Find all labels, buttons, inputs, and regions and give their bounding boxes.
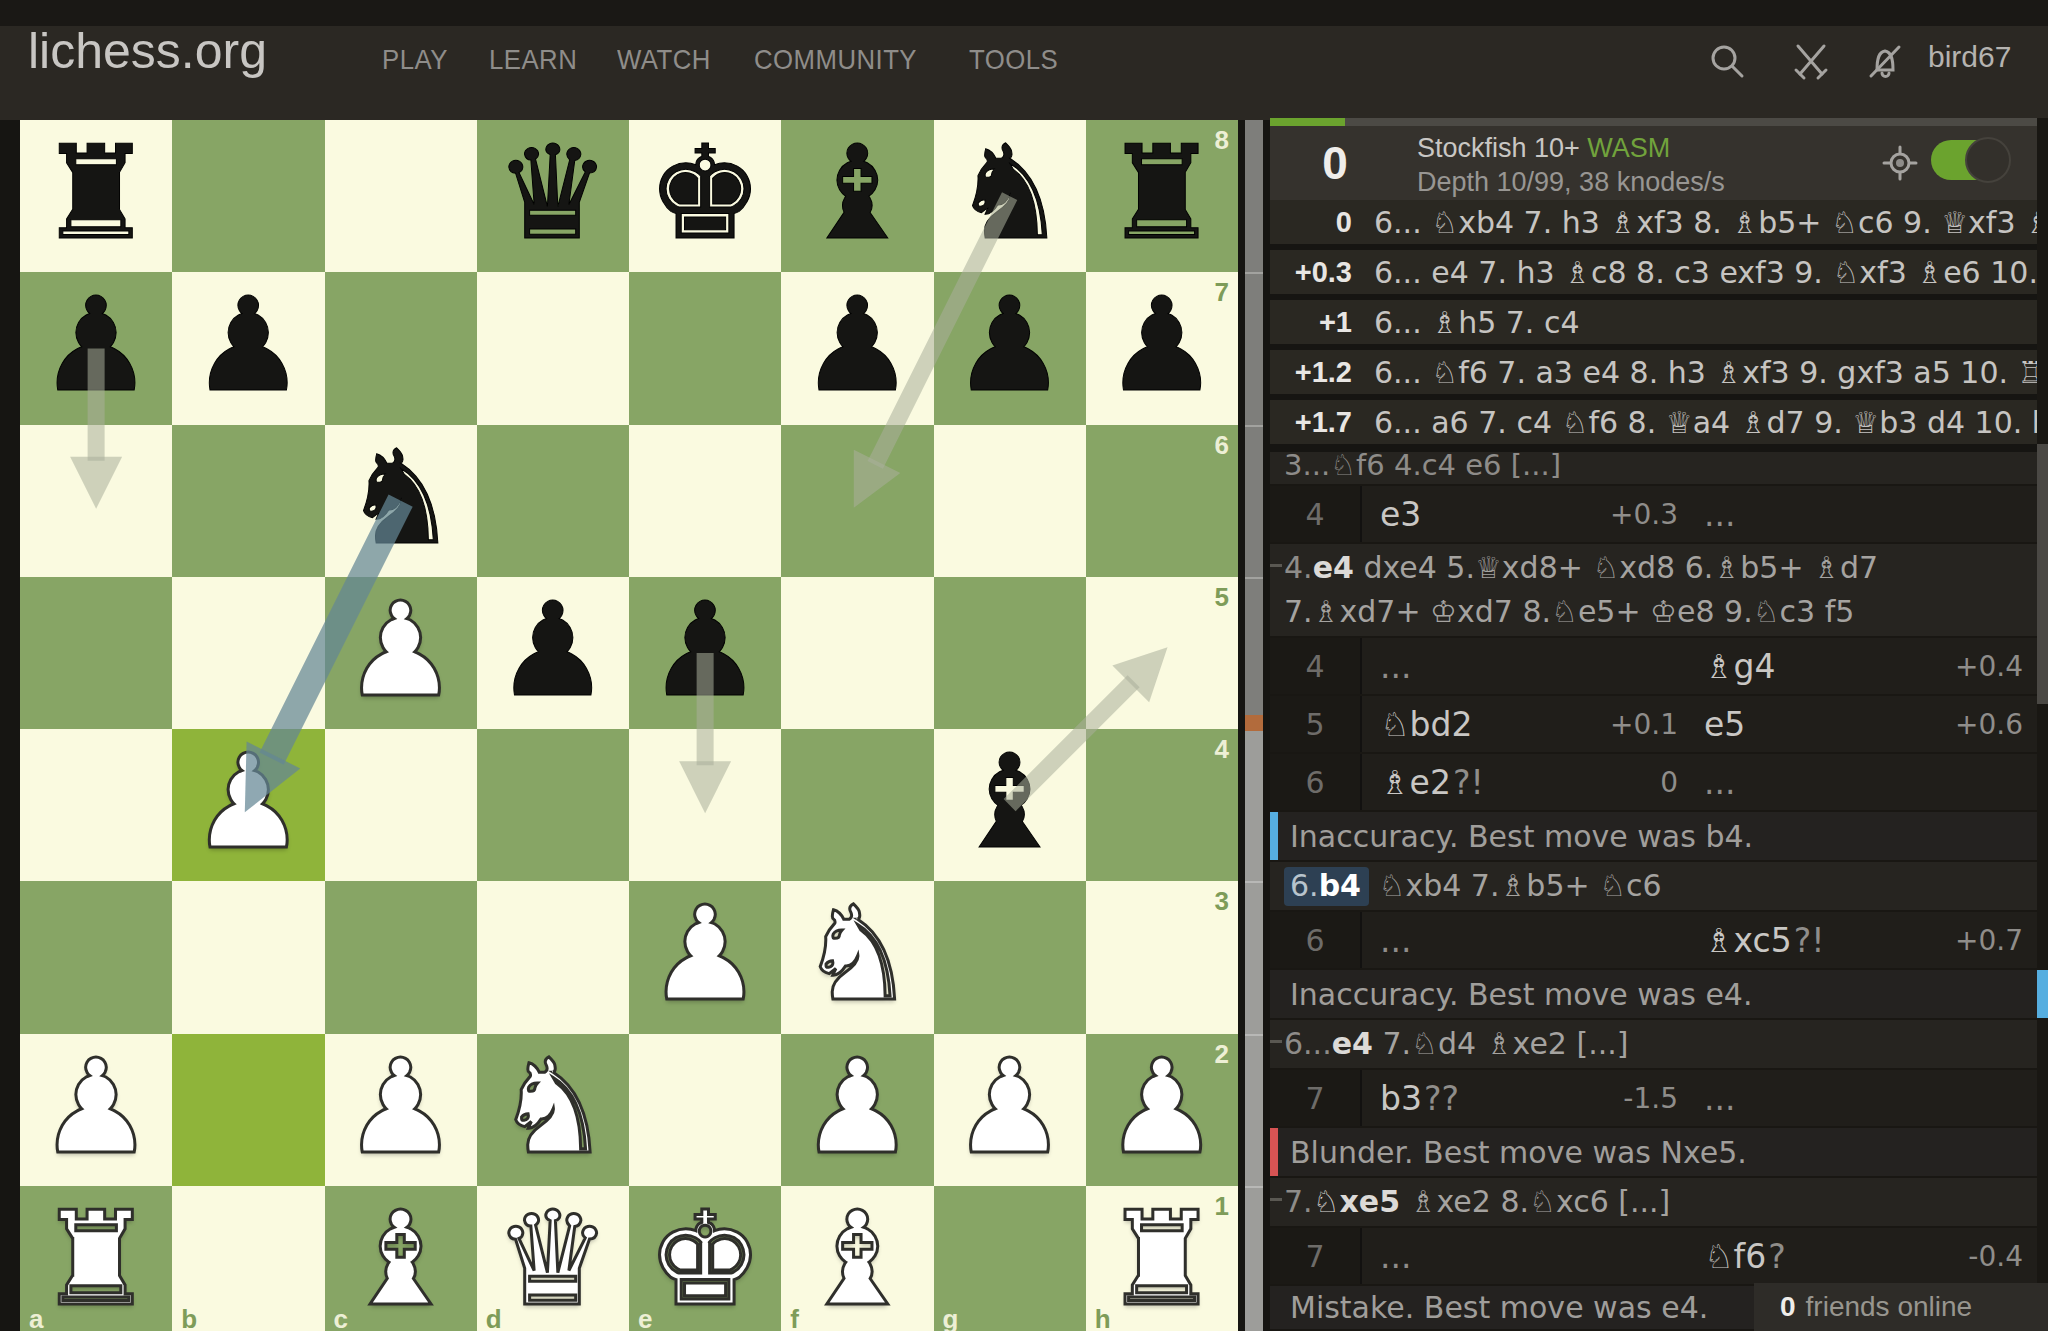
move-row: 4...♗g4+0.4 [1270,638,2037,696]
square-b3[interactable] [172,881,324,1033]
piece-white-pawn-e3[interactable]: ♟ [629,881,781,1033]
square-a6[interactable] [20,425,172,577]
square-f5[interactable] [781,577,933,729]
variation-line[interactable]: 7.♘xe5 ♗xe2 8.♘xc6 [...] [1270,1178,2037,1228]
engine-header: 0 Stockfish 10+ WASM Depth 10/99, 38 kno… [1270,126,2037,200]
gauge-tick [1245,881,1263,883]
analysis-panel: 0 Stockfish 10+ WASM Depth 10/99, 38 kno… [1270,118,2048,1331]
square-g1[interactable]: g [934,1186,1086,1331]
window-top-strip [0,0,2048,26]
piece-white-pawn-c5[interactable]: ♟ [325,577,477,729]
friends-count: 0 [1780,1291,1796,1323]
move-number: 5 [1270,696,1362,752]
username[interactable]: bird67 [1928,40,2011,74]
black-move-cell[interactable]: ♗g4+0.4 [1692,638,2037,694]
square-h3[interactable]: 3 [1086,881,1238,1033]
pv-moves: 6... e4 7. h3 ♗c8 8. c3 exf3 9. ♘xf3 ♗e6… [1374,255,2037,290]
pv-moves: 6... ♘xb4 7. h3 ♗xf3 8. ♗b5+ ♘c6 9. ♕xf3… [1374,205,2037,240]
eval-gauge-marker [1245,715,1263,731]
variation-expand-dash [1270,564,1282,567]
move-row: 7b3??-1.5... [1270,1070,2037,1128]
square-b8[interactable] [172,120,324,272]
square-a1[interactable]: a♜ [20,1186,172,1331]
black-move: ... [1704,495,1735,534]
gauge-tick [1245,425,1263,427]
square-d6[interactable] [477,425,629,577]
move-eval: +0.7 [1955,924,2023,957]
piece-black-pawn-g7[interactable]: ♟ [934,272,1086,424]
move-number: 6 [1270,912,1362,968]
judgment-text: Inaccuracy. Best move was e4. [1290,977,1752,1012]
move-eval: -0.4 [1968,1240,2023,1273]
engine-name: Stockfish 10+ WASM [1417,133,1670,164]
piece-black-knight-c6[interactable]: ♞ [325,425,477,577]
piece-white-rook-a1[interactable]: ♜ [20,1186,172,1331]
eval-gauge-black-half [1245,120,1263,715]
move-list: 3...♘f6 4.c4 e6 [...]4e3+0.3...4.e4 dxe4… [1270,452,2037,1331]
square-d8[interactable]: ♛ [477,120,629,272]
square-b2[interactable] [172,1034,324,1186]
white-move: e3 [1380,495,1421,534]
black-move-cell[interactable]: ... [1692,754,2037,810]
pv-moves: 6... a6 7. c4 ♘f6 8. ♕a4 ♗d7 9. ♕b3 d4 1… [1374,405,2037,440]
gauge-tick [1245,1186,1263,1188]
move-eval: +0.1 [1610,708,1678,741]
square-e8[interactable]: ♚ [629,120,781,272]
white-move-cell[interactable]: ... [1362,912,1692,968]
variation-continuation[interactable]: 7.♘d4 ♗xe2 [...] [1373,1026,1629,1061]
chess-board: ♜♛♚♝♞8♜♟♟♟♟7♟♞6♟♟♟5♟♝4♟♞3♟♟♞♟♟2♟a♜bc♝d♛e… [20,120,1238,1331]
gauge-tick [1245,1034,1263,1036]
square-h1[interactable]: 1h♜ [1086,1186,1238,1331]
square-h4[interactable]: 4 [1086,729,1238,881]
pv-lines: 06... ♘xb4 7. h3 ♗xf3 8. ♗b5+ ♘c6 9. ♕xf… [1270,200,2037,450]
piece-black-bishop-g4[interactable]: ♝ [934,729,1086,881]
engine-eval: 0 [1270,136,1400,190]
annotation: ? [1768,1237,1786,1276]
black-move: ♘f6 [1704,1237,1766,1276]
move-row: 7...♘f6?-0.4 [1270,1228,2037,1286]
friends-label: friends online [1806,1291,1973,1323]
pv-line-5[interactable]: +1.76... a6 7. c4 ♘f6 8. ♕a4 ♗d7 9. ♕b3 … [1270,400,2037,444]
variation-move-number: 6... [1284,1026,1332,1061]
move-eval: 0 [1660,766,1678,799]
piece-black-king-e8[interactable]: ♚ [629,120,781,272]
annotation: ?? [1424,1079,1459,1118]
file-label-b: b [181,1304,197,1331]
judgment-comment-blunder: Blunder. Best move was Nxe5. [1270,1128,2037,1178]
white-move-cell[interactable]: b3??-1.5 [1362,1070,1692,1126]
judgment-comment-inaccuracy: Inaccuracy. Best move was b4. [1270,812,2037,862]
pv-eval: 0 [1270,206,1352,239]
notifications-bell-slash-icon[interactable] [1864,40,1906,82]
square-h7[interactable]: 7♟ [1086,272,1238,424]
black-move-cell[interactable]: e5+0.6 [1692,696,2037,752]
square-c8[interactable] [325,120,477,272]
judgment-comment-inaccuracy: Inaccuracy. Best move was e4. [1270,970,2037,1020]
square-b5[interactable] [172,577,324,729]
piece-white-rook-h1[interactable]: ♜ [1086,1186,1238,1331]
pv-eval: +1.7 [1270,406,1352,439]
judgment-bar-inaccuracy [2037,970,2048,1018]
piece-white-pawn-f2[interactable]: ♟ [781,1034,933,1186]
square-g2[interactable]: ♟ [934,1034,1086,1186]
variation-expand-dash [1270,1198,1282,1201]
nav-item-tools[interactable]: TOOLS [969,44,1058,76]
move-row: 6♗e2?!0... [1270,754,2037,812]
square-e6[interactable] [629,425,781,577]
square-g4[interactable]: ♝ [934,729,1086,881]
engine-tech-badge: WASM [1587,133,1670,163]
square-f4[interactable] [781,729,933,881]
square-g6[interactable] [934,425,1086,577]
variation-move-number: 6. [1290,868,1319,903]
white-move-cell[interactable]: e3+0.3 [1362,486,1692,542]
move-eval: +0.4 [1955,650,2023,683]
friends-online-box[interactable]: 0 friends online [1754,1283,2048,1331]
nav-item-learn[interactable]: LEARN [489,44,577,76]
square-e7[interactable] [629,272,781,424]
variation-line[interactable]: 6...e4 7.♘d4 ♗xe2 [...] [1270,1020,2037,1070]
piece-black-pawn-h7[interactable]: ♟ [1086,272,1238,424]
variation-move-number: 4. [1284,550,1313,585]
eval-gauge [1245,120,1263,1331]
file-label-g: g [943,1304,959,1331]
black-move: ♗xc5 [1704,921,1792,960]
variation-line[interactable]: 4.e4 dxe4 5.♕xd8+ ♘xd8 6.♗b5+ ♗d7 7.♗xd7… [1270,544,2037,638]
move-number: 7 [1270,1228,1362,1284]
square-g7[interactable]: ♟ [934,272,1086,424]
engine-name-text: Stockfish 10+ [1417,133,1580,163]
square-b6[interactable] [172,425,324,577]
square-f3[interactable]: ♞ [781,881,933,1033]
practice-target-icon[interactable] [1882,145,1918,181]
square-c5[interactable]: ♟ [325,577,477,729]
judgment-text: Blunder. Best move was Nxe5. [1290,1135,1747,1170]
move-number: 4 [1270,638,1362,694]
piece-white-bishop-c1[interactable]: ♝ [325,1186,477,1331]
gauge-tick [1245,272,1263,274]
square-g3[interactable] [934,881,1086,1033]
pv-eval: +1 [1270,306,1352,339]
piece-white-knight-d2[interactable]: ♞ [477,1034,629,1186]
white-move-cell[interactable]: ♘bd2+0.1 [1362,696,1692,752]
black-move-cell[interactable]: ... [1692,1070,2037,1126]
square-d5[interactable]: ♟ [477,577,629,729]
nav-item-community[interactable]: COMMUNITY [754,44,917,76]
square-b1[interactable]: b [172,1186,324,1331]
black-move: ♗g4 [1704,647,1776,686]
white-move: b3 [1380,1079,1422,1118]
rank-label-6: 6 [1215,430,1229,461]
black-move-cell[interactable]: ... [1692,486,2037,542]
challenges-crossed-swords-icon[interactable] [1790,40,1832,82]
square-a8[interactable]: ♜ [20,120,172,272]
move-number: 7 [1270,1070,1362,1126]
pv-eval: +0.3 [1270,256,1352,289]
variation-best-move[interactable]: ♘xe5 [1313,1184,1400,1219]
white-move-cell[interactable]: ... [1362,1228,1692,1284]
engine-toggle-knob [1965,137,2011,183]
piece-white-knight-f3[interactable]: ♞ [781,881,933,1033]
move-eval: -1.5 [1623,1082,1678,1115]
panel-gutter [2037,118,2048,1331]
move-eval: +0.3 [1610,498,1678,531]
piece-black-queen-d8[interactable]: ♛ [477,120,629,272]
nav-item-watch[interactable]: WATCH [617,44,711,76]
engine-progress-bar [1270,118,2037,126]
current-variation-move[interactable]: 6.b4 [1284,867,1369,906]
judgment-text: Inaccuracy. Best move was b4. [1290,819,1753,854]
lichess-analysis-page: lichess.org PLAY LEARN WATCH COMMUNITY T… [0,0,2048,1331]
piece-white-king-e1[interactable]: ♚ [629,1186,781,1331]
pv-line-3[interactable]: +16... ♗h5 7. c4 [1270,300,2037,344]
move-row: 5♘bd2+0.1e5+0.6 [1270,696,2037,754]
piece-black-rook-a8[interactable]: ♜ [20,120,172,272]
square-a2[interactable]: ♟ [20,1034,172,1186]
pv-line-2[interactable]: +0.36... e4 7. h3 ♗c8 8. c3 exf3 9. ♘xf3… [1270,250,2037,294]
piece-white-bishop-f1[interactable]: ♝ [781,1186,933,1331]
movelist-scrollbar[interactable] [2037,444,2048,704]
rank-label-5: 5 [1215,582,1229,613]
pv-line-4[interactable]: +1.26... ♘f6 7. a3 e4 8. h3 ♗xf3 9. gxf3… [1270,350,2037,394]
context-text: 3...♘f6 4.c4 e6 [...] [1284,452,2037,482]
context-line[interactable]: 3...♘f6 4.c4 e6 [...] [1270,452,2037,486]
white-move-cell[interactable]: ... [1362,638,1692,694]
move-number: 6 [1270,754,1362,810]
square-d2[interactable]: ♞ [477,1034,629,1186]
black-move: ... [1704,763,1735,802]
engine-status: Depth 10/99, 38 knodes/s [1417,167,1725,198]
piece-white-queen-d1[interactable]: ♛ [477,1186,629,1331]
variation-best-move[interactable]: e4 [1332,1026,1373,1061]
square-g5[interactable] [934,577,1086,729]
square-e2[interactable] [629,1034,781,1186]
variation-continuation[interactable]: ♘xb4 7.♗b5+ ♘c6 [1369,868,1662,903]
judgment-bar-blunder [1270,1128,1278,1176]
variation-move: b4 [1319,868,1361,903]
piece-black-bishop-f8[interactable]: ♝ [781,120,933,272]
square-e4[interactable] [629,729,781,881]
pv-line-1[interactable]: 06... ♘xb4 7. h3 ♗xf3 8. ♗b5+ ♘c6 9. ♕xf… [1270,200,2037,244]
square-f6[interactable] [781,425,933,577]
square-h2[interactable]: 2♟ [1086,1034,1238,1186]
square-f2[interactable]: ♟ [781,1034,933,1186]
black-move: e5 [1704,705,1745,744]
variation-expand-dash [1270,1040,1282,1043]
square-d4[interactable] [477,729,629,881]
piece-black-pawn-a7[interactable]: ♟ [20,272,172,424]
square-c4[interactable] [325,729,477,881]
nav-item-play[interactable]: PLAY [382,44,448,76]
piece-white-pawn-h2[interactable]: ♟ [1086,1034,1238,1186]
square-b4[interactable]: ♟ [172,729,324,881]
white-move-cell[interactable]: ♗e2?!0 [1362,754,1692,810]
pv-moves: 6... ♘f6 7. a3 e4 8. h3 ♗xf3 9. gxf3 a5 … [1374,355,2037,390]
piece-black-pawn-f7[interactable]: ♟ [781,272,933,424]
judgment-text: Mistake. Best move was e4. [1290,1290,1708,1325]
piece-black-rook-h8[interactable]: ♜ [1086,120,1238,272]
square-c7[interactable] [325,272,477,424]
lichess-logo[interactable]: lichess.org [28,22,267,80]
piece-white-pawn-a2[interactable]: ♟ [20,1034,172,1186]
search-icon[interactable] [1706,40,1748,82]
move-eval: +0.6 [1955,708,2023,741]
white-move: ♘bd2 [1380,705,1472,744]
pv-eval: +1.2 [1270,356,1352,389]
variation-line[interactable]: 6.b4 ♘xb4 7.♗b5+ ♘c6 [1270,862,2037,912]
square-c2[interactable]: ♟ [325,1034,477,1186]
variation-continuation[interactable]: dxe4 5.♕xd8+ ♘xd8 6.♗b5+ ♗d7 7.♗xd7+ ♔xd… [1284,550,1878,629]
piece-white-pawn-c2[interactable]: ♟ [325,1034,477,1186]
black-move-cell[interactable]: ♗xc5?!+0.7 [1692,912,2037,968]
move-row: 4e3+0.3... [1270,486,2037,544]
variation-continuation[interactable]: ♗xe2 8.♘xc6 [...] [1400,1184,1670,1219]
pv-moves: 6... ♗h5 7. c4 [1374,305,1580,340]
piece-black-pawn-b7[interactable]: ♟ [172,272,324,424]
gauge-tick [1245,577,1263,579]
variation-best-move[interactable]: e4 [1313,550,1354,585]
square-f1[interactable]: f♝ [781,1186,933,1331]
eval-gauge-white-half [1245,731,1263,1331]
square-e3[interactable]: ♟ [629,881,781,1033]
piece-white-pawn-g2[interactable]: ♟ [934,1034,1086,1186]
white-move: ... [1380,647,1411,686]
square-h5[interactable]: 5 [1086,577,1238,729]
engine-toggle[interactable] [1931,140,2003,180]
square-a4[interactable] [20,729,172,881]
piece-black-knight-g8[interactable]: ♞ [934,120,1086,272]
white-move: ... [1380,921,1411,960]
square-f7[interactable]: ♟ [781,272,933,424]
top-nav: lichess.org PLAY LEARN WATCH COMMUNITY T… [0,0,2048,120]
variation-move-number: 7. [1284,1184,1313,1219]
piece-black-pawn-e5[interactable]: ♟ [629,577,781,729]
square-d7[interactable] [477,272,629,424]
square-h8[interactable]: 8♜ [1086,120,1238,272]
annotation: ?! [1453,763,1484,802]
square-h6[interactable]: 6 [1086,425,1238,577]
piece-white-pawn-b4[interactable]: ♟ [172,729,324,881]
square-c3[interactable] [325,881,477,1033]
judgment-bar-inaccuracy [1270,812,1278,860]
piece-black-pawn-d5[interactable]: ♟ [477,577,629,729]
square-c1[interactable]: c♝ [325,1186,477,1331]
square-c6[interactable]: ♞ [325,425,477,577]
square-d3[interactable] [477,881,629,1033]
white-move: ... [1380,1237,1411,1276]
white-move: ♗e2 [1380,763,1451,802]
move-number: 4 [1270,486,1362,542]
square-f8[interactable]: ♝ [781,120,933,272]
square-g8[interactable]: ♞ [934,120,1086,272]
square-a5[interactable] [20,577,172,729]
square-b7[interactable]: ♟ [172,272,324,424]
square-a7[interactable]: ♟ [20,272,172,424]
square-e1[interactable]: e♚ [629,1186,781,1331]
square-e5[interactable]: ♟ [629,577,781,729]
black-move: ... [1704,1079,1735,1118]
move-row: 6...♗xc5?!+0.7 [1270,912,2037,970]
annotation: ?! [1794,921,1825,960]
square-d1[interactable]: d♛ [477,1186,629,1331]
black-move-cell[interactable]: ♘f6?-0.4 [1692,1228,2037,1284]
rank-label-3: 3 [1215,886,1229,917]
rank-label-4: 4 [1215,734,1229,765]
square-a3[interactable] [20,881,172,1033]
